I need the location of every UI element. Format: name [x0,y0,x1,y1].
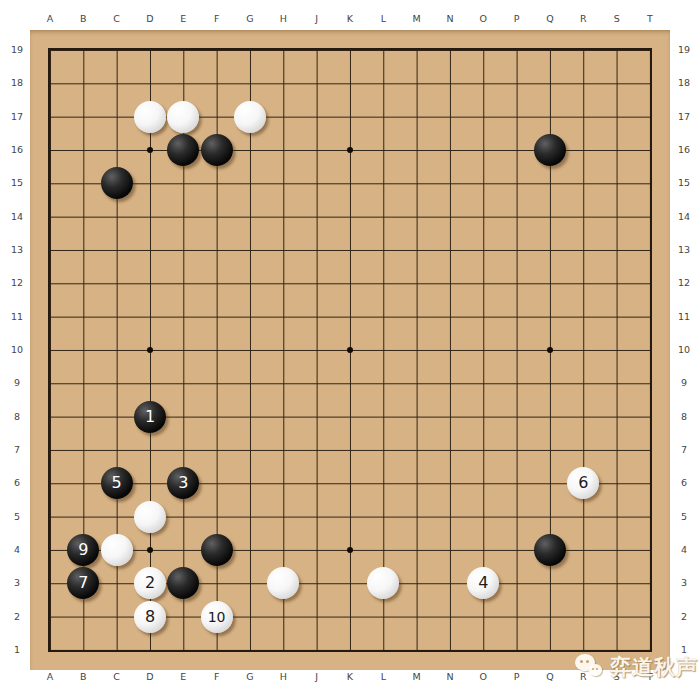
coord-label: Q [537,671,563,683]
coord-label: 5 [671,511,697,523]
goban: 15369724810 [30,30,670,670]
coord-label: C [104,671,130,683]
stone-white-l3 [367,567,399,599]
coord-label: 13 [671,244,697,256]
coord-label: 2 [4,611,30,623]
stone-black-b3: 7 [67,567,99,599]
coord-label: 17 [4,111,30,123]
coord-label: 6 [671,477,697,489]
coord-label: 4 [4,544,30,556]
coord-label: 12 [4,277,30,289]
coord-label: 16 [671,144,697,156]
coord-label: 5 [4,511,30,523]
stone-black-e3 [167,567,199,599]
coord-label: 12 [671,277,697,289]
coord-label: 7 [4,444,30,456]
coord-label: 14 [671,211,697,223]
stone-white-g17 [234,101,266,133]
coord-label: B [70,13,96,25]
coord-label: H [270,13,296,25]
coord-label: T [637,13,663,25]
stone-black-c15 [101,167,133,199]
stone-white-h3 [267,567,299,599]
coord-label: N [437,671,463,683]
coord-label: J [304,671,330,683]
coord-label: K [337,13,363,25]
stone-white-d17 [134,101,166,133]
coord-label: L [370,13,396,25]
coord-label: 3 [4,577,30,589]
coord-label: A [37,13,63,25]
coord-label: 9 [4,377,30,389]
stone-black-f4 [201,534,233,566]
stone-white-e17 [167,101,199,133]
coord-label: 2 [671,611,697,623]
coord-label: A [37,671,63,683]
coord-label: E [170,671,196,683]
stone-black-b4: 9 [67,534,99,566]
coord-label: G [237,671,263,683]
stone-white-d3: 2 [134,567,166,599]
coord-label: R [570,13,596,25]
coord-label: 11 [671,311,697,323]
go-board-diagram: 15369724810 AABBCCDDEEFFGGHHJJKKLLMMNNOO… [0,0,700,700]
coord-label: 19 [4,44,30,56]
coord-label: L [370,671,396,683]
coord-label: 10 [4,344,30,356]
stone-black-f16 [201,134,233,166]
coord-label: F [204,671,230,683]
coord-label: 1 [4,644,30,656]
stone-black-d8: 1 [134,401,166,433]
coord-label: T [637,671,663,683]
coord-label: J [304,13,330,25]
coord-label: R [570,671,596,683]
stone-white-r6: 6 [567,467,599,499]
coord-label: 8 [4,411,30,423]
coord-label: N [437,13,463,25]
stone-black-q16 [534,134,566,166]
coord-label: 10 [671,344,697,356]
coord-label: 3 [671,577,697,589]
coord-label: 14 [4,211,30,223]
stone-black-q4 [534,534,566,566]
stone-white-d5 [134,501,166,533]
coord-label: O [470,13,496,25]
stone-white-c4 [101,534,133,566]
coord-label: 17 [671,111,697,123]
coord-label: 18 [671,77,697,89]
stone-white-d2: 8 [134,601,166,633]
stone-black-e6: 3 [167,467,199,499]
coord-label: 15 [4,177,30,189]
coord-label: 7 [671,444,697,456]
stone-black-e16 [167,134,199,166]
coord-label: 11 [4,311,30,323]
coord-label: S [604,671,630,683]
coord-label: 6 [4,477,30,489]
coord-label: F [204,13,230,25]
coord-label: 18 [4,77,30,89]
coord-label: 13 [4,244,30,256]
coord-label: H [270,671,296,683]
coord-label: E [170,13,196,25]
coord-label: D [137,671,163,683]
coord-label: Q [537,13,563,25]
stones-layer: 15369724810 [33,33,666,666]
coord-label: M [404,13,430,25]
coord-label: O [470,671,496,683]
coord-label: D [137,13,163,25]
coord-label: S [604,13,630,25]
coord-label: 8 [671,411,697,423]
coord-label: 4 [671,544,697,556]
coord-label: 16 [4,144,30,156]
coord-label: K [337,671,363,683]
coord-label: 9 [671,377,697,389]
coord-label: M [404,671,430,683]
coord-label: C [104,13,130,25]
coord-label: P [504,671,530,683]
coord-label: G [237,13,263,25]
stone-white-f2: 10 [201,601,233,633]
stone-white-o3: 4 [467,567,499,599]
coord-label: 1 [671,644,697,656]
stone-black-c6: 5 [101,467,133,499]
coord-label: P [504,13,530,25]
coord-label: 15 [671,177,697,189]
coord-label: 19 [671,44,697,56]
coord-label: B [70,671,96,683]
